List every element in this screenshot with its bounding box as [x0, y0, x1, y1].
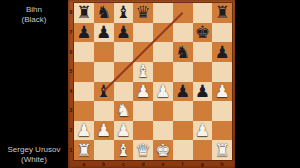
black-rook-piece[interactable]: ♜: [215, 3, 230, 22]
square-a4[interactable]: [74, 82, 94, 102]
black-pawn-piece[interactable]: ♟: [175, 82, 190, 101]
square-c4[interactable]: [114, 82, 134, 102]
black-pawn-piece[interactable]: ♟: [76, 23, 91, 42]
square-c8[interactable]: ♝: [114, 3, 134, 23]
square-g7[interactable]: ♚: [193, 23, 213, 43]
square-d2[interactable]: [133, 121, 153, 141]
file-label-f: f: [179, 161, 187, 167]
square-g1[interactable]: [193, 140, 213, 160]
black-knight-piece[interactable]: ♞: [96, 3, 111, 22]
square-a1[interactable]: ♜: [74, 140, 94, 160]
black-pawn-piece[interactable]: ♟: [215, 43, 230, 62]
square-e8[interactable]: [153, 3, 173, 23]
square-e6[interactable]: [153, 42, 173, 62]
white-bishop-piece[interactable]: ♝: [116, 141, 131, 160]
player-white-name: Sergey Urusov: [0, 145, 68, 155]
white-rook-piece[interactable]: ♜: [76, 141, 91, 160]
square-a5[interactable]: [74, 62, 94, 82]
square-f7[interactable]: [173, 23, 193, 43]
square-f1[interactable]: [173, 140, 193, 160]
square-b1[interactable]: [94, 140, 114, 160]
rank-label-1: 1: [68, 148, 74, 153]
square-e7[interactable]: [153, 23, 173, 43]
white-bishop-piece[interactable]: ♝: [136, 62, 151, 81]
square-c7[interactable]: ♟: [114, 23, 134, 43]
square-d6[interactable]: [133, 42, 153, 62]
square-e2[interactable]: [153, 121, 173, 141]
rank-label-3: 3: [68, 108, 74, 113]
black-rook-piece[interactable]: ♜: [76, 3, 91, 22]
square-g3[interactable]: [193, 101, 213, 121]
square-g4[interactable]: ♟: [193, 82, 213, 102]
file-label-g: g: [198, 161, 206, 167]
square-a2[interactable]: ♟: [74, 121, 94, 141]
white-pawn-piece[interactable]: ♟: [155, 82, 170, 101]
square-b2[interactable]: ♟: [94, 121, 114, 141]
file-label-d: d: [139, 161, 147, 167]
square-e5[interactable]: [153, 62, 173, 82]
square-f4[interactable]: ♟: [173, 82, 193, 102]
player-white-label: Sergey Urusov (White): [0, 145, 68, 165]
square-c5[interactable]: [114, 62, 134, 82]
white-pawn-piece[interactable]: ♟: [215, 82, 230, 101]
black-bishop-piece[interactable]: ♝: [116, 3, 131, 22]
file-label-h: h: [218, 161, 226, 167]
square-f8[interactable]: [173, 3, 193, 23]
square-a7[interactable]: ♟: [74, 23, 94, 43]
square-f3[interactable]: [173, 101, 193, 121]
square-b7[interactable]: ♟: [94, 23, 114, 43]
square-d8[interactable]: ♛: [133, 3, 153, 23]
player-black-label: Bihn (Black): [0, 5, 68, 25]
black-king-piece[interactable]: ♚: [195, 23, 210, 42]
square-e1[interactable]: ♚: [153, 140, 173, 160]
chess-board[interactable]: ♜♞♝♛♜♟♟♟♚♞♟♝♝♟♟♟♟♟♞♟♟♟♟♜♝♛♚♜: [74, 3, 232, 160]
black-bishop-piece[interactable]: ♝: [96, 82, 111, 101]
square-b4[interactable]: ♝: [94, 82, 114, 102]
square-h6[interactable]: ♟: [212, 42, 232, 62]
square-d1[interactable]: ♛: [133, 140, 153, 160]
square-c2[interactable]: ♟: [114, 121, 134, 141]
white-pawn-piece[interactable]: ♟: [96, 121, 111, 140]
square-f6[interactable]: ♞: [173, 42, 193, 62]
rank-label-2: 2: [68, 128, 74, 133]
square-h1[interactable]: ♜: [212, 140, 232, 160]
square-a6[interactable]: [74, 42, 94, 62]
square-f2[interactable]: [173, 121, 193, 141]
square-h4[interactable]: ♟: [212, 82, 232, 102]
player-black-name: Bihn: [0, 5, 68, 15]
square-b3[interactable]: [94, 101, 114, 121]
square-g6[interactable]: [193, 42, 213, 62]
rank-label-4: 4: [68, 89, 74, 94]
square-d5[interactable]: ♝: [133, 62, 153, 82]
white-pawn-piece[interactable]: ♟: [136, 82, 151, 101]
square-d7[interactable]: [133, 23, 153, 43]
white-knight-piece[interactable]: ♞: [116, 101, 131, 120]
square-d3[interactable]: [133, 101, 153, 121]
square-h7[interactable]: [212, 23, 232, 43]
black-pawn-piece[interactable]: ♟: [195, 82, 210, 101]
square-e4[interactable]: ♟: [153, 82, 173, 102]
player-black-side: (Black): [0, 15, 68, 25]
square-b8[interactable]: ♞: [94, 3, 114, 23]
square-a8[interactable]: ♜: [74, 3, 94, 23]
square-g2[interactable]: ♟: [193, 121, 213, 141]
square-g5[interactable]: [193, 62, 213, 82]
square-b5[interactable]: [94, 62, 114, 82]
square-e3[interactable]: [153, 101, 173, 121]
square-d4[interactable]: ♟: [133, 82, 153, 102]
rank-label-8: 8: [68, 10, 74, 15]
white-pawn-piece[interactable]: ♟: [195, 121, 210, 140]
chess-app-screen: Bihn (Black) Sergey Urusov (White) ♜♞♝♛♜…: [0, 0, 300, 168]
square-h2[interactable]: [212, 121, 232, 141]
white-king-piece[interactable]: ♚: [155, 141, 170, 160]
square-c6[interactable]: [114, 42, 134, 62]
file-label-c: c: [119, 161, 127, 167]
white-queen-piece[interactable]: ♛: [136, 141, 151, 160]
black-queen-piece[interactable]: ♛: [136, 3, 151, 22]
square-g8[interactable]: [193, 3, 213, 23]
file-label-e: e: [159, 161, 167, 167]
square-h8[interactable]: ♜: [212, 3, 232, 23]
black-pawn-piece[interactable]: ♟: [96, 23, 111, 42]
white-pawn-piece[interactable]: ♟: [116, 121, 131, 140]
square-h5[interactable]: [212, 62, 232, 82]
square-a3[interactable]: [74, 101, 94, 121]
square-c1[interactable]: ♝: [114, 140, 134, 160]
chess-board-frame: ♜♞♝♛♜♟♟♟♚♞♟♝♝♟♟♟♟♟♞♟♟♟♟♜♝♛♚♜ 87654321abc…: [68, 0, 235, 168]
square-c3[interactable]: ♞: [114, 101, 134, 121]
square-b6[interactable]: [94, 42, 114, 62]
rank-label-5: 5: [68, 69, 74, 74]
rank-label-7: 7: [68, 30, 74, 35]
white-rook-piece[interactable]: ♜: [215, 141, 230, 160]
player-white-side: (White): [0, 155, 68, 165]
black-knight-piece[interactable]: ♞: [175, 43, 190, 62]
file-label-a: a: [80, 161, 88, 167]
square-f5[interactable]: [173, 62, 193, 82]
file-label-b: b: [100, 161, 108, 167]
square-h3[interactable]: [212, 101, 232, 121]
white-pawn-piece[interactable]: ♟: [76, 121, 91, 140]
rank-label-6: 6: [68, 50, 74, 55]
black-pawn-piece[interactable]: ♟: [116, 23, 131, 42]
